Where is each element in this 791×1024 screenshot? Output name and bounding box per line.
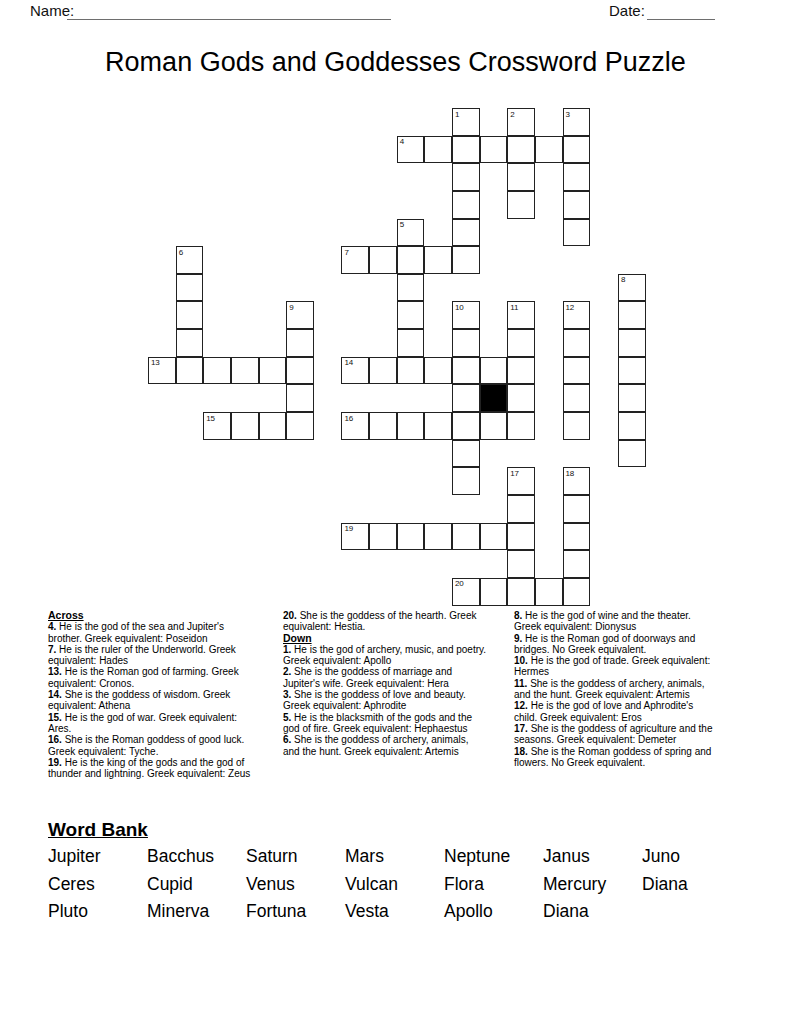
grid-cell-r8-c1[interactable] [176, 329, 204, 357]
word-bank-word: Neptune [444, 846, 543, 874]
clues-column-3: 8. He is the god of wine and the theater… [514, 610, 714, 768]
grid-cell-r11-c5[interactable] [286, 412, 314, 440]
grid-cell-r9-c3[interactable] [231, 357, 259, 385]
cell-number-6: 6 [179, 248, 183, 257]
clue-5: 5. He is the blacksmith of the gods and … [283, 712, 487, 735]
worksheet-page: Name: Date: Roman Gods and Goddesses Cro… [0, 0, 791, 1024]
grid-cell-r9-c4[interactable] [259, 357, 287, 385]
cell-number-8: 8 [621, 275, 625, 284]
grid-cell-r17-c13[interactable] [507, 578, 535, 606]
clue-18: 18. She is the Roman goddess of spring a… [514, 746, 714, 769]
across-heading: Across [48, 610, 260, 621]
word-bank-word: Cupid [147, 874, 246, 902]
grid-cell-r11-c10[interactable] [424, 412, 452, 440]
grid-cell-r13-c11[interactable] [452, 467, 480, 495]
grid-cell-r8-c5[interactable] [286, 329, 314, 357]
grid-cell-r2-c11[interactable] [452, 163, 480, 191]
grid-cell-r11-c3[interactable] [231, 412, 259, 440]
grid-cell-r15-c15[interactable] [563, 523, 591, 551]
word-bank: JupiterBacchusSaturnMarsNeptuneJanusJuno… [48, 846, 741, 929]
clue-7: 7. He is the ruler of the Underworld. Gr… [48, 644, 260, 667]
word-bank-word: Venus [246, 874, 345, 902]
grid-cell-r5-c8[interactable] [369, 246, 397, 274]
grid-cell-r10-c17[interactable] [618, 384, 646, 412]
grid-cell-r11-c7[interactable]: 16 [341, 412, 369, 440]
grid-cell-r1-c13[interactable] [507, 136, 535, 164]
grid-cell-r17-c15[interactable] [563, 578, 591, 606]
clue-11: 11. She is the goddess of archery, anima… [514, 678, 714, 701]
grid-cell-r0-c11[interactable]: 1 [452, 108, 480, 136]
grid-cell-r9-c13[interactable] [507, 357, 535, 385]
grid-cell-r1-c9[interactable]: 4 [397, 136, 425, 164]
grid-cell-r5-c11[interactable] [452, 246, 480, 274]
grid-cell-r10-c15[interactable] [563, 384, 591, 412]
grid-cell-r9-c11[interactable] [452, 357, 480, 385]
grid-cell-r9-c15[interactable] [563, 357, 591, 385]
grid-cell-r5-c7[interactable]: 7 [341, 246, 369, 274]
grid-cell-r4-c11[interactable] [452, 219, 480, 247]
cell-number-17: 17 [510, 469, 518, 478]
clue-3: 3. She is the goddess of love and beauty… [283, 689, 487, 712]
word-bank-word: Minerva [147, 901, 246, 929]
grid-cell-r6-c1[interactable] [176, 274, 204, 302]
word-bank-word: Flora [444, 874, 543, 902]
word-bank-word: Fortuna [246, 901, 345, 929]
clue-8: 8. He is the god of wine and the theater… [514, 610, 714, 633]
word-bank-word: Vulcan [345, 874, 444, 902]
grid-cell-r5-c10[interactable] [424, 246, 452, 274]
cell-number-9: 9 [289, 303, 293, 312]
grid-cell-r9-c8[interactable] [369, 357, 397, 385]
grid-cell-r17-c11[interactable]: 20 [452, 578, 480, 606]
clues-column-1: Across4. He is the god of the sea and Ju… [48, 610, 260, 779]
grid-cell-r9-c17[interactable] [618, 357, 646, 385]
cell-number-19: 19 [344, 524, 352, 533]
clue-16: 16. She is the Roman goddess of good luc… [48, 734, 260, 757]
grid-cell-r13-c13[interactable]: 17 [507, 467, 535, 495]
grid-cell-r1-c15[interactable] [563, 136, 591, 164]
cell-number-1: 1 [455, 110, 459, 119]
grid-cell-r11-c12[interactable] [480, 412, 508, 440]
grid-cell-r11-c8[interactable] [369, 412, 397, 440]
grid-cell-r8-c11[interactable] [452, 329, 480, 357]
grid-cell-r1-c11[interactable] [452, 136, 480, 164]
clue-19: 19. He is the king of the gods and the g… [48, 757, 260, 780]
grid-cell-r1-c12[interactable] [480, 136, 508, 164]
grid-cell-r15-c11[interactable] [452, 523, 480, 551]
clue-4: 4. He is the god of the sea and Jupiter'… [48, 621, 260, 644]
grid-cell-r1-c10[interactable] [424, 136, 452, 164]
grid-cell-r12-c17[interactable] [618, 440, 646, 468]
cell-number-7: 7 [344, 248, 348, 257]
grid-cell-r8-c17[interactable] [618, 329, 646, 357]
grid-cell-r11-c2[interactable]: 15 [203, 412, 231, 440]
grid-cell-r17-c14[interactable] [535, 578, 563, 606]
grid-cell-r0-c13[interactable]: 2 [507, 108, 535, 136]
cell-number-10: 10 [455, 303, 463, 312]
grid-cell-r7-c17[interactable] [618, 301, 646, 329]
grid-cell-r7-c11[interactable]: 10 [452, 301, 480, 329]
grid-cell-r7-c13[interactable]: 11 [507, 301, 535, 329]
clue-15: 15. He is the god of war. Greek equivale… [48, 712, 260, 735]
grid-cell-r2-c13[interactable] [507, 163, 535, 191]
grid-cell-r15-c7[interactable]: 19 [341, 523, 369, 551]
grid-cell-r9-c7[interactable]: 14 [341, 357, 369, 385]
clue-10: 10. He is the god of trade. Greek equiva… [514, 655, 714, 678]
clues-column-2: 20. She is the goddess of the hearth. Gr… [283, 610, 487, 757]
cell-number-3: 3 [566, 110, 570, 119]
page-title: Roman Gods and Goddesses Crossword Puzzl… [0, 47, 791, 78]
grid-cell-r17-c12[interactable] [480, 578, 508, 606]
cell-number-5: 5 [400, 220, 404, 229]
grid-cell-r11-c17[interactable] [618, 412, 646, 440]
grid-cell-r0-c15[interactable]: 3 [563, 108, 591, 136]
cell-number-18: 18 [566, 469, 574, 478]
grid-cell-r15-c8[interactable] [369, 523, 397, 551]
word-bank-word: Mercury [543, 874, 642, 902]
crossword-grid: 1234567891011121314151617181920 [148, 108, 646, 606]
grid-cell-r9-c5[interactable] [286, 357, 314, 385]
grid-cell-r9-c1[interactable] [176, 357, 204, 385]
grid-cell-r8-c13[interactable] [507, 329, 535, 357]
grid-cell-r15-c10[interactable] [424, 523, 452, 551]
cell-number-15: 15 [206, 414, 214, 423]
grid-cell-r3-c13[interactable] [507, 191, 535, 219]
grid-cell-r7-c9[interactable] [397, 301, 425, 329]
grid-cell-r4-c9[interactable]: 5 [397, 219, 425, 247]
date-label: Date: [609, 2, 645, 19]
name-blank-line[interactable] [67, 2, 391, 20]
grid-cell-r15-c9[interactable] [397, 523, 425, 551]
grid-cell-r7-c15[interactable]: 12 [563, 301, 591, 329]
grid-cell-r15-c13[interactable] [507, 523, 535, 551]
word-bank-word: Vesta [345, 901, 444, 929]
clue-13: 13. He is the Roman god of farming. Gree… [48, 666, 260, 689]
word-bank-word: Mars [345, 846, 444, 874]
grid-cell-r11-c9[interactable] [397, 412, 425, 440]
word-bank-word: Jupiter [48, 846, 147, 874]
word-bank-word: Pluto [48, 901, 147, 929]
clue-1: 1. He is the god of archery, music, and … [283, 644, 487, 667]
grid-cell-r4-c15[interactable] [563, 219, 591, 247]
cell-number-11: 11 [510, 303, 518, 312]
cell-number-4: 4 [400, 137, 404, 146]
cell-number-13: 13 [151, 358, 159, 367]
cell-number-2: 2 [510, 110, 514, 119]
word-bank-word: Diana [543, 901, 642, 929]
grid-cell-r14-c15[interactable] [563, 495, 591, 523]
grid-cell-r10-c13[interactable] [507, 384, 535, 412]
grid-cell-r2-c15[interactable] [563, 163, 591, 191]
date-blank-line[interactable] [647, 2, 715, 20]
grid-cell-r8-c15[interactable] [563, 329, 591, 357]
grid-cell-r14-c13[interactable] [507, 495, 535, 523]
down-heading: Down [283, 633, 487, 644]
word-bank-word: Saturn [246, 846, 345, 874]
word-bank-heading: Word Bank [48, 819, 148, 841]
word-bank-word: Diana [642, 874, 741, 902]
grid-cell-r5-c9[interactable] [397, 246, 425, 274]
grid-cell-r6-c17[interactable]: 8 [618, 274, 646, 302]
grid-cell-r3-c11[interactable] [452, 191, 480, 219]
grid-cell-r15-c12[interactable] [480, 523, 508, 551]
grid-cell-r10-c11[interactable] [452, 384, 480, 412]
grid-cell-r1-c14[interactable] [535, 136, 563, 164]
grid-cell-r3-c15[interactable] [563, 191, 591, 219]
clue-14: 14. She is the goddess of wisdom. Greek … [48, 689, 260, 712]
black-cell [480, 384, 508, 412]
grid-cell-r9-c2[interactable] [203, 357, 231, 385]
word-bank-word: Bacchus [147, 846, 246, 874]
grid-cell-r12-c11[interactable] [452, 440, 480, 468]
grid-cell-r11-c15[interactable] [563, 412, 591, 440]
clue-12: 12. He is the god of love and Aphrodite'… [514, 700, 714, 723]
grid-cell-r7-c1[interactable] [176, 301, 204, 329]
word-bank-word: Juno [642, 846, 741, 874]
grid-cell-r11-c13[interactable] [507, 412, 535, 440]
clue-2: 2. She is the goddess of marriage and Ju… [283, 666, 487, 689]
clue-9: 9. He is the Roman god of doorways and b… [514, 633, 714, 656]
word-bank-word: Janus [543, 846, 642, 874]
clue-20: 20. She is the goddess of the hearth. Gr… [283, 610, 487, 633]
cell-number-12: 12 [566, 303, 574, 312]
grid-cell-r9-c12[interactable] [480, 357, 508, 385]
grid-cell-r8-c9[interactable] [397, 329, 425, 357]
grid-cell-r16-c13[interactable] [507, 550, 535, 578]
grid-cell-r9-c10[interactable] [424, 357, 452, 385]
word-bank-word: Apollo [444, 901, 543, 929]
grid-cell-r16-c15[interactable] [563, 550, 591, 578]
grid-cell-r9-c0[interactable]: 13 [148, 357, 176, 385]
word-bank-word: Ceres [48, 874, 147, 902]
grid-cell-r10-c5[interactable] [286, 384, 314, 412]
grid-cell-r11-c4[interactable] [259, 412, 287, 440]
cell-number-16: 16 [344, 414, 352, 423]
cell-number-20: 20 [455, 579, 463, 588]
grid-cell-r13-c15[interactable]: 18 [563, 467, 591, 495]
cell-number-14: 14 [344, 358, 352, 367]
clue-17: 17. She is the goddess of agriculture an… [514, 723, 714, 746]
grid-cell-r6-c9[interactable] [397, 274, 425, 302]
grid-cell-r11-c11[interactable] [452, 412, 480, 440]
clue-6: 6. She is the goddess of archery, animal… [283, 734, 487, 757]
grid-cell-r7-c5[interactable]: 9 [286, 301, 314, 329]
grid-cell-r5-c1[interactable]: 6 [176, 246, 204, 274]
grid-cell-r9-c9[interactable] [397, 357, 425, 385]
